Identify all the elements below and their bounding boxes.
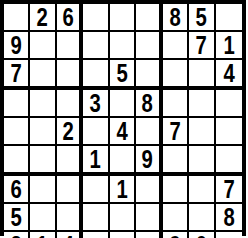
cell-r5c3[interactable]: 2 <box>57 118 83 146</box>
cell-r4c1[interactable] <box>4 90 30 118</box>
given-digit: 7 <box>11 60 22 86</box>
cell-r9c7[interactable]: 9 <box>163 232 189 238</box>
given-digit: 2 <box>37 4 48 30</box>
cell-r6c5[interactable] <box>110 146 136 176</box>
cell-r6c7[interactable] <box>163 146 189 176</box>
cell-r7c4[interactable] <box>83 176 109 204</box>
cell-r2c3[interactable] <box>57 32 83 60</box>
cell-r5c2[interactable] <box>30 118 56 146</box>
cell-r7c9[interactable]: 7 <box>216 176 242 204</box>
cell-r3c4[interactable] <box>83 60 109 90</box>
cell-r6c6[interactable]: 9 <box>136 146 162 176</box>
given-digit: 8 <box>142 90 153 116</box>
cell-r5c4[interactable] <box>83 118 109 146</box>
cell-r2c8[interactable]: 7 <box>189 32 215 60</box>
cell-r4c3[interactable] <box>57 90 83 118</box>
cell-r5c9[interactable] <box>216 118 242 146</box>
given-digit: 2 <box>11 232 22 238</box>
cell-r7c5[interactable]: 1 <box>110 176 136 204</box>
cell-r8c9[interactable]: 8 <box>216 204 242 232</box>
given-digit: 2 <box>62 118 73 144</box>
given-digit: 7 <box>223 176 234 202</box>
cell-r9c4[interactable] <box>83 232 109 238</box>
cell-r8c3[interactable] <box>57 204 83 232</box>
cell-r2c6[interactable] <box>136 32 162 60</box>
cell-r3c9[interactable]: 4 <box>216 60 242 90</box>
cell-r4c2[interactable] <box>30 90 56 118</box>
given-digit: 1 <box>116 176 127 202</box>
given-digit: 5 <box>196 4 207 30</box>
cell-r5c6[interactable] <box>136 118 162 146</box>
cell-r1c4[interactable] <box>83 4 109 32</box>
cell-r7c7[interactable] <box>163 176 189 204</box>
given-digit: 6 <box>11 176 22 202</box>
cell-r1c6[interactable] <box>136 4 162 32</box>
cell-r3c8[interactable] <box>189 60 215 90</box>
cell-r7c2[interactable] <box>30 176 56 204</box>
given-digit: 5 <box>11 204 22 230</box>
given-digit: 4 <box>223 60 234 86</box>
cell-r8c4[interactable] <box>83 204 109 232</box>
sudoku-board: 268597175438247196175821496 <box>0 0 246 236</box>
given-digit: 7 <box>196 32 207 58</box>
given-digit: 1 <box>37 232 48 238</box>
cell-r2c9[interactable]: 1 <box>216 32 242 60</box>
cell-r4c9[interactable] <box>216 90 242 118</box>
cell-r5c7[interactable]: 7 <box>163 118 189 146</box>
cell-r1c8[interactable]: 5 <box>189 4 215 32</box>
cell-r5c1[interactable] <box>4 118 30 146</box>
given-digit: 9 <box>142 146 153 172</box>
cell-r3c2[interactable] <box>30 60 56 90</box>
cell-r1c1[interactable] <box>4 4 30 32</box>
cell-r1c9[interactable] <box>216 4 242 32</box>
cell-r8c1[interactable]: 5 <box>4 204 30 232</box>
cell-r6c1[interactable] <box>4 146 30 176</box>
cell-r3c3[interactable] <box>57 60 83 90</box>
cell-r8c2[interactable] <box>30 204 56 232</box>
given-digit: 1 <box>223 32 234 58</box>
given-digit: 6 <box>62 4 73 30</box>
cell-r5c8[interactable] <box>189 118 215 146</box>
given-digit: 9 <box>169 232 180 238</box>
given-digit: 4 <box>116 118 127 144</box>
cell-r4c5[interactable] <box>110 90 136 118</box>
cell-r7c8[interactable] <box>189 176 215 204</box>
cell-r2c5[interactable] <box>110 32 136 60</box>
cell-r3c7[interactable] <box>163 60 189 90</box>
cell-r4c8[interactable] <box>189 90 215 118</box>
cell-r2c2[interactable] <box>30 32 56 60</box>
cell-r5c5[interactable]: 4 <box>110 118 136 146</box>
cell-r9c1[interactable]: 2 <box>4 232 30 238</box>
cell-r1c2[interactable]: 2 <box>30 4 56 32</box>
cell-r3c5[interactable]: 5 <box>110 60 136 90</box>
cell-r6c2[interactable] <box>30 146 56 176</box>
given-digit: 8 <box>169 4 180 30</box>
cell-r1c3[interactable]: 6 <box>57 4 83 32</box>
cell-r2c7[interactable] <box>163 32 189 60</box>
cell-r9c5[interactable] <box>110 232 136 238</box>
cell-r9c8[interactable]: 6 <box>189 232 215 238</box>
given-digit: 3 <box>90 90 101 116</box>
cell-r1c5[interactable] <box>110 4 136 32</box>
cell-r8c6[interactable] <box>136 204 162 232</box>
given-digit: 4 <box>62 232 73 238</box>
cell-r7c3[interactable] <box>57 176 83 204</box>
cell-r6c8[interactable] <box>189 146 215 176</box>
cell-r4c7[interactable] <box>163 90 189 118</box>
cell-r7c6[interactable] <box>136 176 162 204</box>
cell-r9c2[interactable]: 1 <box>30 232 56 238</box>
cell-r8c8[interactable] <box>189 204 215 232</box>
cell-r6c3[interactable] <box>57 146 83 176</box>
given-digit: 7 <box>169 118 180 144</box>
given-digit: 5 <box>116 60 127 86</box>
given-digit: 1 <box>90 146 101 172</box>
cell-r6c4[interactable]: 1 <box>83 146 109 176</box>
cell-r2c1[interactable]: 9 <box>4 32 30 60</box>
given-digit: 6 <box>196 232 207 238</box>
cell-r3c6[interactable] <box>136 60 162 90</box>
cell-r2c4[interactable] <box>83 32 109 60</box>
cell-r8c7[interactable] <box>163 204 189 232</box>
cell-r9c3[interactable]: 4 <box>57 232 83 238</box>
cell-r6c9[interactable] <box>216 146 242 176</box>
cell-r4c6[interactable]: 8 <box>136 90 162 118</box>
cell-r9c9[interactable] <box>216 232 242 238</box>
cell-r1c7[interactable]: 8 <box>163 4 189 32</box>
cell-r9c6[interactable] <box>136 232 162 238</box>
cell-r4c4[interactable]: 3 <box>83 90 109 118</box>
given-digit: 8 <box>223 204 234 230</box>
cell-r3c1[interactable]: 7 <box>4 60 30 90</box>
cell-r8c5[interactable] <box>110 204 136 232</box>
cell-r7c1[interactable]: 6 <box>4 176 30 204</box>
given-digit: 9 <box>11 32 22 58</box>
